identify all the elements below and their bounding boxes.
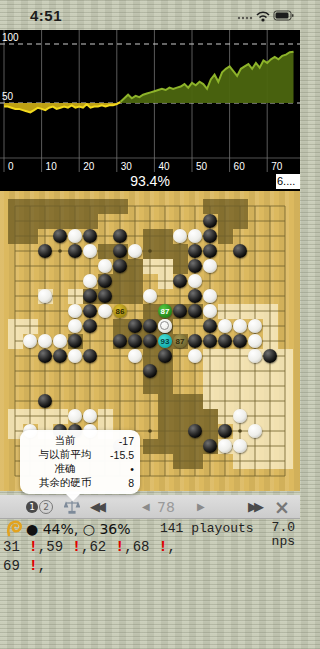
winrate-value: 93.4% — [130, 173, 170, 189]
white-stone[interactable] — [68, 229, 82, 243]
white-stone[interactable] — [203, 304, 217, 318]
move-label-87-olive[interactable]: 87 — [173, 334, 187, 348]
white-stone[interactable] — [218, 439, 232, 453]
black-stone[interactable] — [128, 319, 142, 333]
svg-text:40: 40 — [158, 161, 170, 172]
move-label-86-gold[interactable]: 86 — [113, 304, 127, 318]
black-stone[interactable] — [98, 274, 112, 288]
black-stone[interactable] — [38, 244, 52, 258]
score-box[interactable]: 6.... — [276, 174, 300, 189]
move-label-87-green[interactable]: 87 — [158, 304, 172, 318]
black-stone[interactable] — [98, 289, 112, 303]
callout-label: 与以前平均 — [26, 448, 104, 462]
callout-row: 与以前平均-15.5 — [26, 448, 134, 462]
callout-pointer — [64, 492, 82, 501]
playback-toolbar: 1 2 ◀◀ ◀ 78 ▶ ▶▶ × — [0, 495, 300, 519]
black-stone[interactable] — [143, 334, 157, 348]
winrate-chart[interactable]: 50100010203040506070 — [0, 30, 300, 172]
fast-forward-button[interactable]: ▶▶ — [248, 495, 260, 518]
status-bar: 4:51 — [0, 0, 300, 30]
callout-label: 准确 — [26, 462, 104, 476]
white-stone[interactable] — [53, 334, 67, 348]
black-stone[interactable] — [38, 394, 52, 408]
move-label-93-teal[interactable]: 93 — [158, 334, 172, 348]
white-stone[interactable] — [233, 439, 247, 453]
white-stone[interactable] — [143, 289, 157, 303]
black-stone[interactable] — [188, 244, 202, 258]
black-stone-glyph: ● — [26, 521, 38, 537]
mistake-icon: ! — [150, 539, 168, 556]
callout-label: 当前 — [26, 434, 104, 448]
callout-row: 准确• — [26, 462, 134, 476]
svg-text:50: 50 — [2, 91, 14, 102]
white-stone[interactable] — [173, 229, 187, 243]
step-back-button[interactable]: ◀ — [142, 495, 150, 518]
mistake-icon: ! — [106, 539, 124, 556]
white-stone[interactable] — [68, 409, 82, 423]
callout-value: 8 — [104, 477, 134, 489]
white-stone[interactable] — [248, 319, 262, 333]
black-stone[interactable] — [218, 424, 232, 438]
black-stone[interactable] — [173, 304, 187, 318]
white-stone[interactable] — [248, 334, 262, 348]
black-stone[interactable] — [263, 349, 277, 363]
white-stone[interactable] — [98, 304, 112, 318]
black-stone[interactable] — [188, 334, 202, 348]
black-stone[interactable] — [68, 334, 82, 348]
white-stone[interactable] — [83, 244, 97, 258]
black-stone[interactable] — [53, 229, 67, 243]
white-stone[interactable] — [233, 409, 247, 423]
clock: 4:51 — [30, 7, 62, 24]
white-stone[interactable] — [23, 334, 37, 348]
svg-text:0: 0 — [8, 161, 14, 172]
white-pct: 36% — [99, 521, 130, 537]
black-stone[interactable] — [218, 334, 232, 348]
black-stone[interactable] — [203, 439, 217, 453]
mistake-icon: ! — [63, 539, 81, 556]
white-stone[interactable] — [233, 319, 247, 333]
svg-text:20: 20 — [83, 161, 95, 172]
black-stone[interactable] — [113, 259, 127, 273]
black-stone[interactable] — [188, 424, 202, 438]
svg-text:50: 50 — [196, 161, 208, 172]
winrate-estimates: ● 44%, ○ 36% — [26, 521, 131, 537]
svg-text:70: 70 — [271, 161, 283, 172]
black-stone[interactable] — [68, 244, 82, 258]
black-stone[interactable] — [188, 289, 202, 303]
white-stone[interactable] — [38, 289, 52, 303]
white-stone[interactable] — [203, 289, 217, 303]
close-button[interactable]: × — [274, 495, 290, 518]
wifi-icon — [257, 12, 269, 17]
signal-wifi-battery-icons — [236, 8, 294, 22]
white-stone[interactable] — [38, 334, 52, 348]
callout-value: -17 — [104, 435, 134, 447]
black-stone[interactable] — [143, 319, 157, 333]
variation-button[interactable]: 1 2 — [26, 495, 53, 518]
score-callout: 当前-17与以前平均-15.5准确•其余的硬币8 — [20, 430, 140, 494]
black-stone[interactable] — [83, 289, 97, 303]
playouts-label: 141 playouts — [160, 521, 254, 536]
winrate-bar: 93.4% 6.... — [0, 172, 300, 191]
black-stone[interactable] — [53, 349, 67, 363]
mistake-icon: ! — [20, 558, 38, 575]
black-pct: 44%, — [43, 521, 79, 537]
callout-value: • — [104, 463, 134, 475]
black-stone[interactable] — [113, 229, 127, 243]
white-stone[interactable] — [248, 349, 262, 363]
white-stone[interactable] — [188, 274, 202, 288]
black-stone[interactable] — [83, 229, 97, 243]
black-stone[interactable] — [113, 244, 127, 258]
white-stone[interactable] — [203, 259, 217, 273]
white-stone[interactable] — [68, 304, 82, 318]
black-stone[interactable] — [203, 214, 217, 228]
black-stone[interactable] — [188, 259, 202, 273]
mistake-icon: ! — [20, 539, 38, 556]
white-stone[interactable] — [128, 244, 142, 258]
black-stone[interactable] — [188, 304, 202, 318]
callout-value: -15.5 — [104, 449, 134, 461]
step-forward-button[interactable]: ▶ — [197, 495, 205, 518]
svg-text:10: 10 — [46, 161, 58, 172]
callout-row: 其余的硬币8 — [26, 476, 134, 490]
mistake-moves-line2: 69 !, — [3, 558, 46, 575]
white-stone[interactable] — [98, 259, 112, 273]
black-stone[interactable] — [203, 244, 217, 258]
svg-text:100: 100 — [2, 32, 19, 43]
black-stone[interactable] — [113, 334, 127, 348]
white-stone[interactable] — [83, 409, 97, 423]
black-stone[interactable] — [203, 319, 217, 333]
nps-unit: nps — [272, 534, 295, 549]
black-stone[interactable] — [38, 349, 52, 363]
black-stone[interactable] — [83, 304, 97, 318]
turn-hand-icon — [5, 519, 25, 539]
white-stone[interactable] — [83, 274, 97, 288]
black-stone[interactable] — [128, 334, 142, 348]
battery-icon — [274, 11, 294, 20]
black-stone[interactable] — [233, 244, 247, 258]
rewind-button[interactable]: ◀◀ — [90, 495, 102, 518]
black-stone[interactable] — [203, 334, 217, 348]
black-stone[interactable] — [233, 334, 247, 348]
white-stone[interactable] — [128, 349, 142, 363]
white-stone[interactable] — [188, 349, 202, 363]
svg-text:30: 30 — [121, 161, 133, 172]
black-stone[interactable] — [173, 274, 187, 288]
black-stone[interactable] — [83, 349, 97, 363]
white-stone[interactable] — [248, 424, 262, 438]
white-stone-glyph: ○ — [83, 521, 95, 537]
last-move-ring-icon — [160, 321, 169, 330]
variation-2-icon: 2 — [39, 500, 53, 514]
variation-1-icon: 1 — [26, 501, 38, 513]
black-stone[interactable] — [203, 229, 217, 243]
mistake-moves-line1: 31 !,59 !,62 !,68 !, — [3, 539, 176, 556]
callout-row: 当前-17 — [26, 434, 134, 448]
callout-label: 其余的硬币 — [26, 476, 104, 490]
move-counter: 78 — [157, 495, 175, 518]
white-stone[interactable] — [68, 349, 82, 363]
white-stone[interactable] — [188, 229, 202, 243]
white-stone[interactable] — [218, 319, 232, 333]
black-stone[interactable] — [158, 349, 172, 363]
black-stone[interactable] — [83, 319, 97, 333]
black-stone[interactable] — [143, 364, 157, 378]
svg-text:60: 60 — [234, 161, 246, 172]
nps-value: 7.0 — [272, 520, 295, 535]
status-icons — [236, 8, 294, 26]
white-stone[interactable] — [68, 319, 82, 333]
